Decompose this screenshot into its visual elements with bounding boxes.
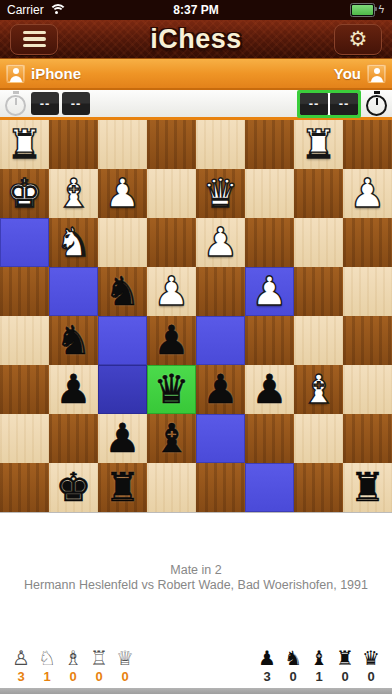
- captured-black-queen: ♛0: [358, 647, 384, 684]
- square-c1[interactable]: ♜: [98, 463, 147, 512]
- settings-button[interactable]: ⚙: [334, 24, 382, 55]
- captured-white-pawn: ♙3: [8, 647, 34, 684]
- square-e1[interactable]: [196, 463, 245, 512]
- puzzle-goal: Mate in 2: [0, 563, 392, 578]
- square-c5[interactable]: ♞: [98, 267, 147, 316]
- black-pawn-c2: ♟: [105, 414, 141, 463]
- square-h2[interactable]: [343, 414, 392, 463]
- menu-button[interactable]: [10, 24, 58, 55]
- white-king-a7: ♚: [7, 169, 43, 218]
- square-g4[interactable]: [294, 316, 343, 365]
- carrier-label: Carrier: [7, 3, 44, 17]
- opponent-timer-move: --: [62, 92, 90, 115]
- opponent-side: iPhone: [6, 64, 81, 83]
- captured-white-knight: ♘1: [34, 647, 60, 684]
- square-d6[interactable]: [147, 218, 196, 267]
- square-e7[interactable]: ♛: [196, 169, 245, 218]
- square-h1[interactable]: ♜: [343, 463, 392, 512]
- status-bar: Carrier 8:37 PM ϟ: [0, 0, 392, 20]
- captured-white-bishop-count: 0: [69, 669, 76, 684]
- captured-white-knight-count: 1: [43, 669, 50, 684]
- captured-black-pawn: ♟3: [254, 647, 280, 684]
- square-d8[interactable]: [147, 120, 196, 169]
- chess-board: ♜♜♚♝♟♛♟♞♟♞♟♟♞♟♟♛♟♟♝♟♝♚♜♜: [0, 120, 392, 513]
- captured-white-queen: ♕0: [112, 647, 138, 684]
- white-bishop-b7: ♝: [56, 169, 92, 218]
- square-g8[interactable]: ♜: [294, 120, 343, 169]
- square-h5[interactable]: [343, 267, 392, 316]
- square-d4[interactable]: ♟: [147, 316, 196, 365]
- white-rook-g8: ♜: [301, 120, 337, 169]
- square-f4[interactable]: [245, 316, 294, 365]
- square-g6[interactable]: [294, 218, 343, 267]
- square-a4[interactable]: [0, 316, 49, 365]
- square-h3[interactable]: [343, 365, 392, 414]
- square-g2[interactable]: [294, 414, 343, 463]
- square-h8[interactable]: [343, 120, 392, 169]
- white-pawn-d5: ♟: [154, 267, 190, 316]
- square-f8[interactable]: [245, 120, 294, 169]
- timer-bar: -- -- -- --: [0, 90, 392, 120]
- black-bishop-icon: ♝: [310, 647, 328, 669]
- captured-black-pawn-count: 3: [263, 669, 270, 684]
- ichess-app: Carrier 8:37 PM ϟ iChess ⚙ iPhone You: [0, 0, 392, 696]
- white-pawn-c7: ♟: [105, 169, 141, 218]
- player-side: You: [334, 64, 386, 83]
- square-g3[interactable]: ♝: [294, 365, 343, 414]
- square-f1[interactable]: [245, 463, 294, 512]
- player-timer-move: --: [330, 93, 358, 115]
- player-timer-main: --: [300, 93, 328, 115]
- black-knight-c5: ♞: [105, 267, 141, 316]
- bottom-separator: [0, 688, 392, 694]
- battery-fill: [352, 5, 373, 15]
- square-g7[interactable]: [294, 169, 343, 218]
- captured-white-bishop: ♗0: [60, 647, 86, 684]
- white-queen-e7: ♛: [203, 169, 239, 218]
- square-e4[interactable]: [196, 316, 245, 365]
- white-pawn-h7: ♟: [350, 169, 386, 218]
- white-queen-icon: ♕: [116, 647, 134, 669]
- captured-black-knight: ♞0: [280, 647, 306, 684]
- puzzle-source: Hermann Heslenfeld vs Robert Wade, Bad W…: [0, 578, 392, 593]
- square-c8[interactable]: [98, 120, 147, 169]
- player-stopwatch-icon: [366, 95, 387, 116]
- puzzle-caption: Mate in 2 Hermann Heslenfeld vs Robert W…: [0, 563, 392, 593]
- square-e6[interactable]: ♟: [196, 218, 245, 267]
- black-pawn-f3: ♟: [252, 365, 288, 414]
- opponent-timer-main: --: [31, 92, 59, 115]
- square-a2[interactable]: [0, 414, 49, 463]
- square-a1[interactable]: [0, 463, 49, 512]
- captured-white-rook: ♖0: [86, 647, 112, 684]
- square-d3[interactable]: ♛: [147, 365, 196, 414]
- status-left: Carrier: [7, 3, 65, 17]
- black-knight-b4: ♞: [56, 316, 92, 365]
- square-e8[interactable]: [196, 120, 245, 169]
- opponent-avatar: [6, 64, 25, 83]
- white-knight-icon: ♘: [38, 647, 56, 669]
- square-e5[interactable]: [196, 267, 245, 316]
- white-rook-a8: ♜: [7, 120, 43, 169]
- lower-panel: Mate in 2 Hermann Heslenfeld vs Robert W…: [0, 513, 392, 694]
- square-b8[interactable]: [49, 120, 98, 169]
- square-b7[interactable]: ♝: [49, 169, 98, 218]
- black-king-b1: ♚: [56, 463, 92, 512]
- square-f2[interactable]: [245, 414, 294, 463]
- black-bishop-d2: ♝: [154, 414, 190, 463]
- square-d1[interactable]: [147, 463, 196, 512]
- square-a3[interactable]: [0, 365, 49, 414]
- black-pawn-b3: ♟: [56, 365, 92, 414]
- square-d2[interactable]: ♝: [147, 414, 196, 463]
- square-c2[interactable]: ♟: [98, 414, 147, 463]
- player-name: You: [334, 65, 361, 82]
- captured-black-queen-count: 0: [367, 669, 374, 684]
- player-bar: iPhone You: [0, 58, 392, 90]
- opponent-stopwatch-icon: [5, 95, 26, 116]
- captured-black-rook: ♜0: [332, 647, 358, 684]
- square-b6[interactable]: ♞: [49, 218, 98, 267]
- status-right: ϟ: [350, 3, 385, 17]
- square-f5[interactable]: ♟: [245, 267, 294, 316]
- white-knight-b6: ♞: [56, 218, 92, 267]
- square-c3[interactable]: [98, 365, 147, 414]
- square-e3[interactable]: ♟: [196, 365, 245, 414]
- square-c6[interactable]: [98, 218, 147, 267]
- black-queen-icon: ♛: [362, 647, 380, 669]
- square-b5[interactable]: [49, 267, 98, 316]
- square-h7[interactable]: ♟: [343, 169, 392, 218]
- captured-white-queen-count: 0: [121, 669, 128, 684]
- square-f3[interactable]: ♟: [245, 365, 294, 414]
- black-rook-icon: ♜: [336, 647, 354, 669]
- square-e2[interactable]: [196, 414, 245, 463]
- white-rook-icon: ♖: [90, 647, 108, 669]
- white-pawn-f5: ♟: [252, 267, 288, 316]
- black-rook-h1: ♜: [350, 463, 386, 512]
- player-avatar: [367, 64, 386, 83]
- square-b3[interactable]: ♟: [49, 365, 98, 414]
- captured-black-rook-count: 0: [341, 669, 348, 684]
- captured-black-tray: ♟3♞0♝1♜0♛0: [254, 647, 384, 684]
- square-d7[interactable]: [147, 169, 196, 218]
- black-pawn-icon: ♟: [258, 647, 276, 669]
- square-a6[interactable]: [0, 218, 49, 267]
- captured-black-bishop-count: 1: [315, 669, 322, 684]
- square-c4[interactable]: [98, 316, 147, 365]
- white-pawn-icon: ♙: [12, 647, 30, 669]
- square-h4[interactable]: [343, 316, 392, 365]
- opponent-name: iPhone: [31, 65, 81, 82]
- black-pawn-d4: ♟: [154, 316, 190, 365]
- square-d5[interactable]: ♟: [147, 267, 196, 316]
- square-a5[interactable]: [0, 267, 49, 316]
- square-h6[interactable]: [343, 218, 392, 267]
- captured-black-bishop: ♝1: [306, 647, 332, 684]
- captured-black-knight-count: 0: [289, 669, 296, 684]
- square-b4[interactable]: ♞: [49, 316, 98, 365]
- hamburger-icon: [23, 31, 46, 35]
- square-f6[interactable]: [245, 218, 294, 267]
- captured-trays: ♙3♘1♗0♖0♕0 ♟3♞0♝1♜0♛0: [0, 647, 392, 684]
- charging-bolt-icon: ϟ: [378, 5, 385, 15]
- battery-icon: [350, 3, 375, 17]
- square-g1[interactable]: [294, 463, 343, 512]
- black-pawn-e3: ♟: [203, 365, 239, 414]
- square-g5[interactable]: [294, 267, 343, 316]
- square-a8[interactable]: ♜: [0, 120, 49, 169]
- captured-white-tray: ♙3♘1♗0♖0♕0: [8, 647, 138, 684]
- white-bishop-g3: ♝: [301, 365, 337, 414]
- captured-white-pawn-count: 3: [17, 669, 24, 684]
- black-knight-icon: ♞: [284, 647, 302, 669]
- wifi-icon: [49, 4, 65, 16]
- opponent-timers: -- --: [31, 92, 90, 115]
- white-pawn-e6: ♟: [203, 218, 239, 267]
- square-a7[interactable]: ♚: [0, 169, 49, 218]
- black-rook-c1: ♜: [105, 463, 141, 512]
- nav-bar: iChess ⚙: [0, 20, 392, 58]
- white-bishop-icon: ♗: [64, 647, 82, 669]
- square-f7[interactable]: [245, 169, 294, 218]
- captured-white-rook-count: 0: [95, 669, 102, 684]
- square-b2[interactable]: [49, 414, 98, 463]
- square-c7[interactable]: ♟: [98, 169, 147, 218]
- black-queen-d3: ♛: [154, 365, 190, 414]
- square-b1[interactable]: ♚: [49, 463, 98, 512]
- gear-icon: ⚙: [349, 29, 368, 50]
- player-timers-active: -- --: [297, 90, 361, 118]
